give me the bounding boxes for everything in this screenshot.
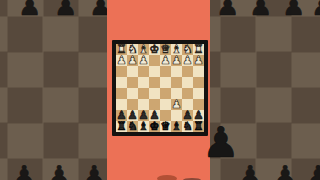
white-p-piece[interactable]: ♟: [182, 55, 193, 66]
square-r4c8[interactable]: [193, 77, 204, 88]
square-r4c3[interactable]: [138, 77, 149, 88]
white-p-piece[interactable]: ♟: [160, 55, 171, 66]
background-pawn-bottom-icon: ♟: [47, 162, 71, 180]
square-r6c5[interactable]: [160, 99, 171, 110]
background-pawn-top-icon: ♟: [54, 0, 77, 19]
square-r3c7[interactable]: [182, 66, 193, 77]
square-r4c7[interactable]: [182, 77, 193, 88]
square-r8c2[interactable]: ♞: [127, 121, 138, 132]
square-r2c3[interactable]: ♟: [138, 55, 149, 66]
bottom-smudge-right: [183, 178, 201, 180]
chess-board[interactable]: ♜♞♝♚♛♝♞♜♟♟♟♟♟♟♟♟♟♟♟♟♟♟♜♞♝♚♛♝♞♜: [112, 40, 208, 136]
square-r4c5[interactable]: [160, 77, 171, 88]
black-n-piece[interactable]: ♞: [127, 121, 138, 132]
square-r5c5[interactable]: [160, 88, 171, 99]
square-r5c1[interactable]: [116, 88, 127, 99]
square-r2c7[interactable]: ♟: [182, 55, 193, 66]
square-r8c4[interactable]: ♚: [149, 121, 160, 132]
white-p-piece[interactable]: ♟: [193, 55, 204, 66]
square-r4c6[interactable]: [171, 77, 182, 88]
background-pawn-top-icon: ♟: [311, 0, 320, 19]
square-r3c4[interactable]: [149, 66, 160, 77]
board-grid: ♜♞♝♚♛♝♞♜♟♟♟♟♟♟♟♟♟♟♟♟♟♟♜♞♝♚♛♝♞♜: [116, 44, 204, 132]
background-pawn-top-icon: ♟: [216, 0, 239, 19]
background-pawn-bottom-icon: ♟: [238, 162, 262, 180]
square-r3c2[interactable]: [127, 66, 138, 77]
square-r5c4[interactable]: [149, 88, 160, 99]
square-r2c2[interactable]: ♟: [127, 55, 138, 66]
white-p-piece[interactable]: ♟: [116, 55, 127, 66]
square-r6c6[interactable]: ♟: [171, 99, 182, 110]
square-r2c8[interactable]: ♟: [193, 55, 204, 66]
video-strip: ♜♞♝♚♛♝♞♜♟♟♟♟♟♟♟♟♟♟♟♟♟♟♜♞♝♚♛♝♞♜: [107, 0, 210, 180]
square-r3c6[interactable]: [171, 66, 182, 77]
background-pawn-bottom-icon: ♟: [82, 162, 106, 180]
background-pawn-top-icon: ♟: [18, 0, 41, 19]
background-pawn-top-icon: ♟: [282, 0, 305, 19]
video-frame: ♟♟♟♟♟♟♟♟♟♟♟♟♟ ♜♞♝♚♛♝♞♜♟♟♟♟♟♟♟♟♟♟♟♟♟♟♜♞♝♚…: [0, 0, 320, 180]
square-r4c2[interactable]: [127, 77, 138, 88]
background-pawn-bottom-icon: ♟: [273, 162, 297, 180]
square-r2c6[interactable]: ♟: [171, 55, 182, 66]
square-r3c5[interactable]: [160, 66, 171, 77]
square-r1c4[interactable]: ♚: [149, 44, 160, 55]
black-r-piece[interactable]: ♜: [116, 121, 127, 132]
black-q-piece[interactable]: ♛: [160, 121, 171, 132]
square-r5c7[interactable]: [182, 88, 193, 99]
square-r2c5[interactable]: ♟: [160, 55, 171, 66]
background-pawn-bottom-icon: ♟: [306, 162, 320, 180]
square-r8c3[interactable]: ♝: [138, 121, 149, 132]
white-p-piece[interactable]: ♟: [171, 55, 182, 66]
square-r8c7[interactable]: ♞: [182, 121, 193, 132]
square-r8c5[interactable]: ♛: [160, 121, 171, 132]
square-r2c4[interactable]: [149, 55, 160, 66]
square-r8c1[interactable]: ♜: [116, 121, 127, 132]
square-r4c1[interactable]: [116, 77, 127, 88]
large-pawn-icon: ♟: [202, 122, 240, 164]
white-p-piece[interactable]: ♟: [171, 99, 182, 110]
square-r2c1[interactable]: ♟: [116, 55, 127, 66]
white-p-piece[interactable]: ♟: [138, 55, 149, 66]
black-k-piece[interactable]: ♚: [149, 121, 160, 132]
square-r5c2[interactable]: [127, 88, 138, 99]
white-k-piece[interactable]: ♚: [149, 44, 160, 55]
background-pawn-bottom-icon: ♟: [12, 162, 36, 180]
background-pawn-top-icon: ♟: [249, 0, 272, 19]
square-r3c8[interactable]: [193, 66, 204, 77]
square-r8c6[interactable]: ♝: [171, 121, 182, 132]
black-b-piece[interactable]: ♝: [138, 121, 149, 132]
black-n-piece[interactable]: ♞: [182, 121, 193, 132]
square-r5c8[interactable]: [193, 88, 204, 99]
square-r3c1[interactable]: [116, 66, 127, 77]
square-r3c3[interactable]: [138, 66, 149, 77]
square-r5c3[interactable]: [138, 88, 149, 99]
black-b-piece[interactable]: ♝: [171, 121, 182, 132]
bottom-smudge: [157, 175, 177, 180]
square-r4c4[interactable]: [149, 77, 160, 88]
white-p-piece[interactable]: ♟: [127, 55, 138, 66]
